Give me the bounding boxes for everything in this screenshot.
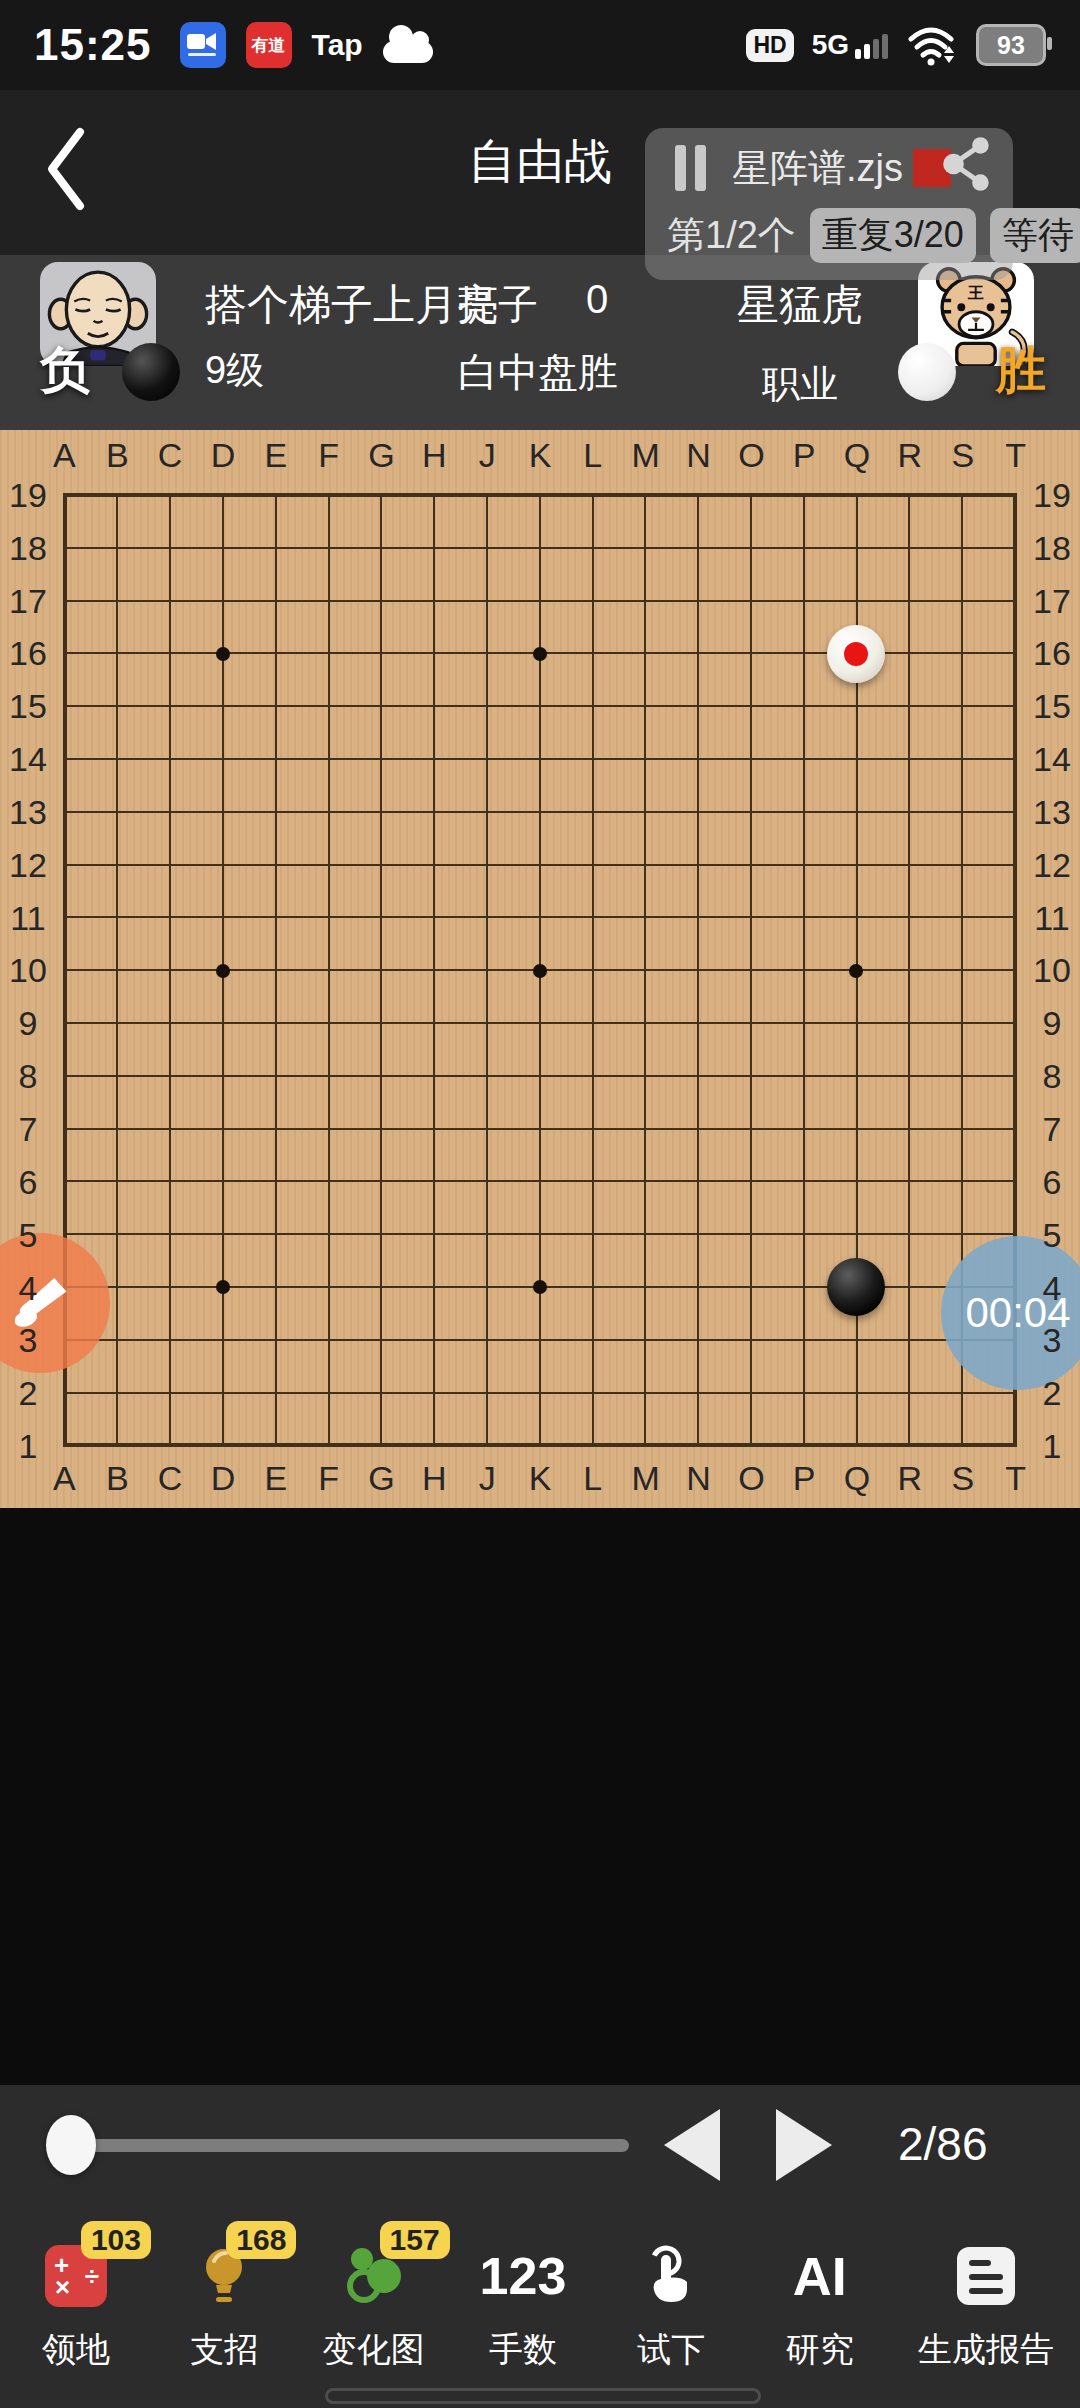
video-app-icon (180, 22, 226, 68)
system-status-icons: HD 5G 93 (746, 23, 1046, 67)
move-numbers-label: 手数 (489, 2327, 557, 2373)
coord-label: 8 (1043, 1057, 1062, 1096)
white-result-mark: 胜 (996, 337, 1046, 404)
report-label: 生成报告 (918, 2327, 1054, 2373)
repeat-button[interactable]: 重复3/20 (810, 208, 976, 263)
cloud-icon (383, 41, 433, 63)
hd-icon: HD (746, 29, 793, 62)
black-stone-Q4 (827, 1258, 885, 1316)
try-move-label: 试下 (637, 2327, 705, 2373)
black-stone-indicator (122, 343, 180, 401)
territory-label: 领地 (42, 2327, 110, 2373)
go-board[interactable]: ABCDEFGHJKLMNOPQRST ABCDEFGHJKLMNOPQRST … (0, 430, 1080, 1508)
star-point (533, 964, 547, 978)
toolbar-try-move[interactable]: 试下 (621, 2235, 721, 2373)
black-player-name: 搭个梯子上月亮 (205, 277, 499, 333)
battery-percent: 93 (997, 31, 1025, 60)
coord-label: 2 (19, 1374, 38, 1413)
move-numbers-icon: 123 (480, 2250, 567, 2302)
star-point (533, 1280, 547, 1294)
share-nodes-icon (937, 133, 999, 195)
share-button[interactable] (913, 129, 999, 207)
variation-label: 变化图 (323, 2327, 425, 2373)
toolbar-territory[interactable]: +×÷ 103 领地 (26, 2235, 126, 2373)
toolbar-hint[interactable]: 168 支招 (174, 2235, 274, 2373)
notification-icons: 有道 Tap (180, 22, 433, 68)
research-label: 研究 (786, 2327, 854, 2373)
slider-thumb[interactable] (46, 2115, 96, 2175)
black-player-rank: 9级 (205, 345, 264, 396)
wait-button[interactable]: 等待 (990, 208, 1080, 263)
toolbar-report[interactable]: 生成报告 (918, 2235, 1054, 2373)
move-counter: 2/86 (898, 2117, 988, 2171)
wifi-icon (906, 23, 958, 67)
move-slider[interactable] (0, 2085, 660, 2205)
signal-bars-icon (855, 34, 888, 59)
coord-label: 1 (1043, 1427, 1062, 1466)
ai-icon: AI (793, 2249, 847, 2303)
white-player-name: 星猛虎 (700, 277, 900, 333)
previous-move-button[interactable] (664, 2109, 720, 2181)
territory-badge: 103 (81, 2221, 151, 2259)
star-point (216, 1280, 230, 1294)
variation-badge: 157 (380, 2221, 450, 2259)
replay-counter: 第1/2个 (667, 210, 796, 261)
tap-label: Tap (312, 28, 363, 62)
toolbar-research[interactable]: AI 研究 (770, 2235, 870, 2373)
hint-badge: 168 (226, 2221, 296, 2259)
report-icon (957, 2247, 1015, 2305)
coord-label: 9 (19, 1004, 38, 1043)
video-camera-icon (186, 30, 220, 60)
white-stone-indicator (898, 343, 956, 401)
network-type-label: 5G (812, 31, 849, 59)
last-move-marker (844, 642, 868, 666)
coord-label: 5 (1043, 1216, 1062, 1255)
coord-label: 5 (19, 1216, 38, 1255)
star-point (849, 964, 863, 978)
coord-label: 2 (1043, 1374, 1062, 1413)
coord-label: 3 (1043, 1321, 1062, 1360)
tiger-forehead-mark: 王 (967, 284, 984, 301)
stone-grid[interactable] (38, 469, 1041, 1472)
status-bar: 15:25 有道 Tap HD 5G (0, 0, 1080, 90)
coord-label: 9 (1043, 1004, 1062, 1043)
coord-label: 7 (19, 1110, 38, 1149)
star-point (216, 964, 230, 978)
pause-button[interactable] (675, 145, 706, 191)
app-screen: 15:25 有道 Tap HD 5G (0, 0, 1080, 2408)
record-file-name: 星阵谱.zjs (732, 143, 903, 194)
cellular-signal: 5G (812, 31, 888, 59)
tap-hand-icon (640, 2243, 702, 2309)
battery-icon: 93 (976, 24, 1046, 66)
game-result-text: 白中盘胜 (458, 345, 618, 400)
coord-label: 4 (19, 1269, 38, 1308)
captures-value: 0 (586, 277, 608, 332)
replay-panel-row2: 第1/2个 重复3/20 等待 (645, 208, 1013, 263)
hint-label: 支招 (190, 2327, 258, 2373)
clock: 15:25 (34, 20, 152, 70)
youdao-app-icon: 有道 (246, 22, 292, 68)
white-stone-Q16 (827, 625, 885, 683)
toolbar-variation[interactable]: 157 变化图 (323, 2235, 425, 2373)
coord-label: 8 (19, 1057, 38, 1096)
coord-label: 6 (1043, 1163, 1062, 1202)
coord-label: 7 (1043, 1110, 1062, 1149)
next-move-button[interactable] (776, 2109, 832, 2181)
captures-label: 提子 (458, 277, 538, 332)
replay-panel-row1: 星阵谱.zjs (645, 128, 1013, 208)
coord-label: 4 (1043, 1269, 1062, 1308)
star-point (533, 647, 547, 661)
coord-label: 1 (19, 1427, 38, 1466)
bottom-panel: 2/86 +×÷ 103 领地 (0, 2085, 1080, 2408)
coord-label: 3 (19, 1321, 38, 1360)
home-indicator[interactable] (325, 2388, 761, 2404)
black-result-mark: 负 (40, 337, 90, 404)
captures-row: 提子 0 (458, 277, 608, 332)
coord-label: 6 (19, 1163, 38, 1202)
slider-track[interactable] (72, 2139, 629, 2152)
toolbar-move-numbers[interactable]: 123 手数 (473, 2235, 573, 2373)
youdao-label: 有道 (252, 37, 286, 54)
player-bar: 负 搭个梯子上月亮 9级 提子 0 白中盘胜 星猛虎 职业 王 (0, 255, 1080, 430)
replay-float-panel: 星阵谱.zjs 第1/2个 重复3/20 等待 (645, 128, 1013, 280)
white-player-rank: 职业 (700, 359, 900, 410)
toolbar: +×÷ 103 领地 168 支招 (0, 2235, 1080, 2373)
star-point (216, 647, 230, 661)
